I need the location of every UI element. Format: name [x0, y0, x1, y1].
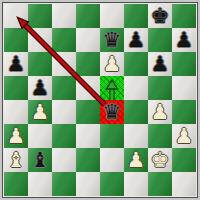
square-h8[interactable]	[172, 4, 196, 28]
square-e6[interactable]: ♟	[100, 52, 124, 76]
square-f5[interactable]	[124, 76, 148, 100]
square-d3[interactable]	[76, 124, 100, 148]
square-h2[interactable]	[172, 148, 196, 172]
square-g4[interactable]: ♟	[148, 100, 172, 124]
white-pawn[interactable]: ♟	[175, 124, 194, 148]
square-g6[interactable]: ♟	[148, 52, 172, 76]
square-d6[interactable]	[76, 52, 100, 76]
square-f2[interactable]: ♟	[124, 148, 148, 172]
white-pawn[interactable]: ♟	[103, 52, 122, 76]
white-pawn[interactable]: ♟	[127, 148, 146, 172]
square-g2[interactable]: ♚	[148, 148, 172, 172]
square-e2[interactable]	[100, 148, 124, 172]
square-b3[interactable]	[28, 124, 52, 148]
square-e8[interactable]	[100, 4, 124, 28]
square-f3[interactable]	[124, 124, 148, 148]
square-f4[interactable]	[124, 100, 148, 124]
square-g8[interactable]: ♚	[148, 4, 172, 28]
square-g5[interactable]	[148, 76, 172, 100]
square-d2[interactable]	[76, 148, 100, 172]
white-pawn[interactable]: ♟	[31, 100, 50, 124]
board-frame: ♚♛♟♟♟♟♟♟♟♛♟♟♟♝♝♟♚	[0, 0, 200, 200]
square-f8[interactable]	[124, 4, 148, 28]
square-g1[interactable]	[148, 172, 172, 196]
square-a5[interactable]	[4, 76, 28, 100]
square-a3[interactable]: ♟	[4, 124, 28, 148]
white-bishop[interactable]: ♝	[7, 148, 26, 172]
square-c3[interactable]	[52, 124, 76, 148]
square-c1[interactable]	[52, 172, 76, 196]
square-b2[interactable]: ♝	[28, 148, 52, 172]
white-pawn[interactable]: ♟	[151, 100, 170, 124]
square-g3[interactable]	[148, 124, 172, 148]
square-b1[interactable]	[28, 172, 52, 196]
black-pawn[interactable]: ♟	[127, 28, 146, 52]
black-pawn[interactable]: ♟	[31, 76, 50, 100]
square-g7[interactable]	[148, 28, 172, 52]
chess-board: ♚♛♟♟♟♟♟♟♟♛♟♟♟♝♝♟♚	[4, 4, 196, 196]
black-bishop[interactable]: ♝	[31, 148, 50, 172]
square-h5[interactable]	[172, 76, 196, 100]
square-a7[interactable]	[4, 28, 28, 52]
white-king[interactable]: ♚	[151, 148, 170, 172]
square-a6[interactable]: ♟	[4, 52, 28, 76]
square-a4[interactable]	[4, 100, 28, 124]
square-a8[interactable]	[4, 4, 28, 28]
square-b8[interactable]	[28, 4, 52, 28]
square-d1[interactable]	[76, 172, 100, 196]
square-h6[interactable]	[172, 52, 196, 76]
black-pawn[interactable]: ♟	[7, 52, 26, 76]
black-queen[interactable]: ♛	[103, 100, 122, 124]
square-f6[interactable]	[124, 52, 148, 76]
square-d7[interactable]	[76, 28, 100, 52]
square-b6[interactable]	[28, 52, 52, 76]
square-d4[interactable]	[76, 100, 100, 124]
square-e3[interactable]	[100, 124, 124, 148]
square-e4[interactable]: ♛	[100, 100, 124, 124]
square-c4[interactable]	[52, 100, 76, 124]
black-king[interactable]: ♚	[151, 4, 170, 28]
square-h3[interactable]: ♟	[172, 124, 196, 148]
square-c5[interactable]	[52, 76, 76, 100]
square-a2[interactable]: ♝	[4, 148, 28, 172]
square-h1[interactable]	[172, 172, 196, 196]
square-c2[interactable]	[52, 148, 76, 172]
square-f1[interactable]	[124, 172, 148, 196]
square-e5[interactable]	[100, 76, 124, 100]
square-d5[interactable]	[76, 76, 100, 100]
square-b4[interactable]: ♟	[28, 100, 52, 124]
square-d8[interactable]	[76, 4, 100, 28]
square-e7[interactable]: ♛	[100, 28, 124, 52]
square-h4[interactable]	[172, 100, 196, 124]
board-frame-inner: ♚♛♟♟♟♟♟♟♟♛♟♟♟♝♝♟♚	[2, 2, 198, 198]
black-queen[interactable]: ♛	[103, 28, 122, 52]
white-pawn[interactable]: ♟	[7, 124, 26, 148]
square-c7[interactable]	[52, 28, 76, 52]
square-f7[interactable]: ♟	[124, 28, 148, 52]
black-pawn[interactable]: ♟	[175, 28, 194, 52]
square-a1[interactable]	[4, 172, 28, 196]
square-b7[interactable]	[28, 28, 52, 52]
square-c8[interactable]	[52, 4, 76, 28]
square-c6[interactable]	[52, 52, 76, 76]
black-pawn[interactable]: ♟	[151, 52, 170, 76]
square-h7[interactable]: ♟	[172, 28, 196, 52]
square-b5[interactable]: ♟	[28, 76, 52, 100]
square-e1[interactable]	[100, 172, 124, 196]
